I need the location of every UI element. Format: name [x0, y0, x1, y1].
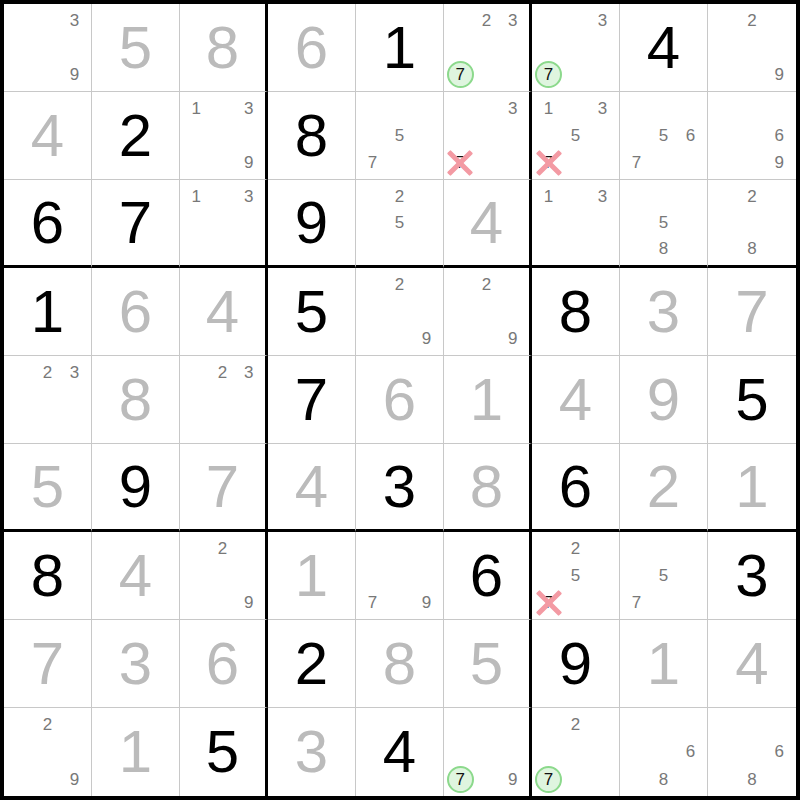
cell-r1c4[interactable]: 6 — [268, 4, 356, 92]
cell-r8c1[interactable]: 7 — [4, 620, 92, 708]
cell-r4c4[interactable]: 5 — [268, 268, 356, 356]
cell-r6c1[interactable]: 5 — [4, 444, 92, 532]
candidate-1[interactable]: 1 — [183, 95, 209, 122]
cell-r6c4[interactable]: 4 — [268, 444, 356, 532]
cell-r5c9[interactable]: 5 — [708, 356, 796, 444]
given-digit: 2 — [119, 106, 152, 166]
cell-r1c9[interactable]: 29 — [708, 4, 796, 92]
pencil-marks: 29 — [7, 711, 88, 793]
candidate-slot-empty — [359, 271, 386, 298]
cell-r9c5[interactable]: 4 — [356, 708, 444, 796]
given-digit: 4 — [647, 18, 680, 78]
candidate-slot-empty — [183, 386, 209, 413]
cell-r6c8[interactable]: 2 — [620, 444, 708, 532]
cell-r6c5[interactable]: 3 — [356, 444, 444, 532]
candidate-slot-empty — [589, 236, 616, 262]
candidate-slot-empty — [236, 413, 262, 440]
candidate-1[interactable]: 1 — [183, 183, 209, 209]
solved-digit: 6 — [119, 282, 152, 342]
candidate-digit: 9 — [244, 594, 253, 611]
cell-r1c7[interactable]: 37 — [532, 4, 620, 92]
cell-r9c3[interactable]: 5 — [180, 708, 268, 796]
solved-digit: 1 — [735, 457, 768, 517]
solved-digit: 4 — [470, 193, 503, 253]
solved-digit: 7 — [31, 634, 64, 694]
candidate-slot-empty — [359, 183, 386, 209]
cell-r4c7[interactable]: 8 — [532, 268, 620, 356]
cell-r2c5[interactable]: 57 — [356, 92, 444, 180]
candidate-slot-empty — [738, 61, 765, 88]
solved-digit: 5 — [119, 18, 152, 78]
candidate-digit: 2 — [218, 364, 227, 381]
candidate-slot-empty — [34, 61, 61, 88]
candidate-2[interactable]: 2 — [34, 359, 61, 386]
given-digit: 5 — [206, 722, 239, 782]
solved-digit: 8 — [119, 370, 152, 430]
solved-digit: 9 — [647, 370, 680, 430]
candidate-slot-empty — [766, 7, 793, 34]
candidate-slot-empty — [473, 711, 499, 738]
cell-r9c7[interactable]: 27 — [532, 708, 620, 796]
candidate-5[interactable]: 5 — [650, 209, 677, 235]
candidate-slot-empty — [386, 149, 413, 176]
candidate-3[interactable]: 3 — [589, 183, 616, 209]
candidate-6[interactable]: 6 — [677, 738, 704, 765]
given-digit: 7 — [119, 193, 152, 253]
cell-r8c9[interactable]: 4 — [708, 620, 796, 708]
cell-r7c1[interactable]: 8 — [4, 532, 92, 620]
candidate-digit: 5 — [395, 214, 404, 231]
pencil-marks: 139 — [183, 95, 262, 176]
candidate-slot-empty — [413, 298, 440, 325]
cell-r7c8[interactable]: 57 — [620, 532, 708, 620]
candidate-9[interactable]: 9 — [61, 766, 88, 793]
cell-r5c7[interactable]: 4 — [532, 356, 620, 444]
candidate-slot-empty — [209, 562, 235, 589]
solved-digit: 5 — [470, 634, 503, 694]
candidate-slot-empty — [650, 535, 677, 562]
candidate-7-circled[interactable]: 7 — [535, 766, 562, 793]
candidate-digit: 9 — [775, 154, 784, 171]
cell-r2c7[interactable]: 1357 — [532, 92, 620, 180]
candidate-7[interactable]: 7 — [623, 149, 650, 176]
cell-r5c5[interactable]: 6 — [356, 356, 444, 444]
candidate-slot-empty — [711, 183, 738, 209]
candidate-slot-empty — [183, 535, 209, 562]
candidate-8[interactable]: 8 — [650, 766, 677, 793]
candidate-slot-empty — [738, 122, 765, 149]
given-digit: 5 — [295, 282, 328, 342]
candidate-slot-empty — [562, 766, 589, 793]
candidate-slot-empty — [677, 183, 704, 209]
cell-r8c7[interactable]: 9 — [532, 620, 620, 708]
candidate-slot-empty — [650, 95, 677, 122]
candidate-9[interactable]: 9 — [236, 589, 262, 616]
candidate-1[interactable]: 1 — [535, 95, 562, 122]
candidate-slot-empty — [183, 236, 209, 262]
candidate-slot-empty — [7, 359, 34, 386]
candidate-8[interactable]: 8 — [738, 236, 765, 262]
candidate-slot-empty — [535, 236, 562, 262]
cell-r3c1[interactable]: 6 — [4, 180, 92, 268]
solved-digit: 6 — [295, 18, 328, 78]
candidate-7-eliminated[interactable]: 7 — [535, 149, 562, 176]
given-digit: 3 — [735, 546, 768, 606]
candidate-9[interactable]: 9 — [500, 325, 526, 352]
candidate-6[interactable]: 6 — [766, 738, 793, 765]
candidate-slot-empty — [500, 122, 526, 149]
candidate-digit: 1 — [191, 188, 200, 205]
cell-r7c6[interactable]: 6 — [444, 532, 532, 620]
pencil-marks: 1357 — [535, 95, 616, 176]
candidate-5[interactable]: 5 — [386, 122, 413, 149]
candidate-6[interactable]: 6 — [766, 122, 793, 149]
candidate-slot-empty — [711, 95, 738, 122]
cell-r1c1[interactable]: 39 — [4, 4, 92, 92]
cell-r7c9[interactable]: 3 — [708, 532, 796, 620]
candidate-slot-empty — [535, 711, 562, 738]
candidate-2[interactable]: 2 — [738, 7, 765, 34]
candidate-slot-empty — [562, 183, 589, 209]
candidate-digit: 1 — [544, 100, 553, 117]
candidate-slot-empty — [447, 711, 473, 738]
cell-r1c6[interactable]: 237 — [444, 4, 532, 92]
cell-r3c2[interactable]: 7 — [92, 180, 180, 268]
cell-r4c9[interactable]: 7 — [708, 268, 796, 356]
candidate-slot-empty — [711, 149, 738, 176]
cell-r9c1[interactable]: 29 — [4, 708, 92, 796]
cell-r6c2[interactable]: 9 — [92, 444, 180, 532]
candidate-slot-empty — [236, 535, 262, 562]
candidate-slot-empty — [447, 325, 473, 352]
candidate-slot-empty — [236, 122, 262, 149]
candidate-digit: 8 — [659, 771, 668, 788]
cell-r3c9[interactable]: 28 — [708, 180, 796, 268]
candidate-2[interactable]: 2 — [562, 535, 589, 562]
candidate-slot-empty — [650, 711, 677, 738]
cell-r3c5[interactable]: 25 — [356, 180, 444, 268]
pencil-marks: 69 — [711, 95, 793, 176]
given-digit: 1 — [31, 282, 64, 342]
candidate-digit: 2 — [218, 540, 227, 557]
candidate-5[interactable]: 5 — [650, 562, 677, 589]
candidate-slot-empty — [677, 535, 704, 562]
candidate-3[interactable]: 3 — [500, 7, 526, 34]
candidate-3[interactable]: 3 — [236, 183, 262, 209]
candidate-slot-empty — [7, 738, 34, 765]
candidate-digit: 1 — [191, 100, 200, 117]
cell-r8c5[interactable]: 8 — [356, 620, 444, 708]
cell-r6c6[interactable]: 8 — [444, 444, 532, 532]
given-digit: 9 — [119, 457, 152, 517]
candidate-slot-empty — [183, 413, 209, 440]
cell-r7c3[interactable]: 29 — [180, 532, 268, 620]
cell-r2c3[interactable]: 139 — [180, 92, 268, 180]
pencil-marks: 23 — [7, 359, 88, 440]
candidate-5[interactable]: 5 — [386, 209, 413, 235]
candidate-slot-empty — [209, 386, 235, 413]
cell-r5c6[interactable]: 1 — [444, 356, 532, 444]
candidate-digit: 2 — [43, 716, 52, 733]
pencil-marks: 29 — [711, 7, 793, 88]
candidate-slot-empty — [623, 236, 650, 262]
candidate-slot-empty — [473, 766, 499, 793]
candidate-2[interactable]: 2 — [738, 183, 765, 209]
candidate-2[interactable]: 2 — [386, 183, 413, 209]
candidate-slot-empty — [34, 738, 61, 765]
candidate-slot-empty — [473, 298, 499, 325]
candidate-slot-empty — [359, 122, 386, 149]
cell-r1c3[interactable]: 8 — [180, 4, 268, 92]
pencil-marks: 29 — [183, 535, 262, 616]
solved-digit: 6 — [383, 370, 416, 430]
candidate-digit: 9 — [422, 594, 431, 611]
candidate-slot-empty — [677, 149, 704, 176]
candidate-slot-empty — [650, 589, 677, 616]
candidate-slot-empty — [183, 149, 209, 176]
candidate-7[interactable]: 7 — [623, 589, 650, 616]
pencil-marks: 79 — [447, 711, 526, 793]
pencil-marks: 39 — [7, 7, 88, 88]
cell-r4c2[interactable]: 6 — [92, 268, 180, 356]
candidate-slot-empty — [623, 535, 650, 562]
pencil-marks: 79 — [359, 535, 440, 616]
cell-r1c5[interactable]: 1 — [356, 4, 444, 92]
candidate-7-circled[interactable]: 7 — [447, 61, 473, 88]
candidate-2[interactable]: 2 — [386, 271, 413, 298]
candidate-slot-empty — [209, 183, 235, 209]
candidate-digit: 9 — [244, 154, 253, 171]
pencil-marks: 68 — [711, 711, 793, 793]
pencil-marks: 13 — [535, 183, 616, 262]
sudoku-board: 3958612373742942139857371357567696713925… — [0, 0, 800, 800]
solved-digit: 1 — [647, 634, 680, 694]
cell-r9c2[interactable]: 1 — [92, 708, 180, 796]
candidate-5[interactable]: 5 — [650, 122, 677, 149]
candidate-slot-empty — [61, 738, 88, 765]
candidate-slot-empty — [359, 298, 386, 325]
candidate-digit: 2 — [571, 716, 580, 733]
candidate-slot-empty — [413, 95, 440, 122]
candidate-5[interactable]: 5 — [562, 122, 589, 149]
candidate-6[interactable]: 6 — [677, 122, 704, 149]
candidate-slot-empty — [562, 95, 589, 122]
candidate-slot-empty — [711, 209, 738, 235]
candidate-7-eliminated[interactable]: 7 — [447, 149, 473, 176]
candidate-slot-empty — [738, 209, 765, 235]
candidate-slot-empty — [589, 535, 616, 562]
cell-r8c2[interactable]: 3 — [92, 620, 180, 708]
cell-r7c7[interactable]: 257 — [532, 532, 620, 620]
cell-r3c4[interactable]: 9 — [268, 180, 356, 268]
candidate-9[interactable]: 9 — [500, 766, 526, 793]
candidate-2[interactable]: 2 — [562, 711, 589, 738]
candidate-digit: 3 — [598, 188, 607, 205]
cell-r5c4[interactable]: 7 — [268, 356, 356, 444]
cell-r7c2[interactable]: 4 — [92, 532, 180, 620]
candidate-slot-empty — [677, 562, 704, 589]
cell-r3c3[interactable]: 13 — [180, 180, 268, 268]
candidate-slot-empty — [473, 325, 499, 352]
cell-r1c2[interactable]: 5 — [92, 4, 180, 92]
cell-r2c4[interactable]: 8 — [268, 92, 356, 180]
solved-digit: 8 — [383, 634, 416, 694]
solved-digit: 5 — [31, 457, 64, 517]
cell-r8c4[interactable]: 2 — [268, 620, 356, 708]
candidate-digit: 2 — [482, 276, 491, 293]
solved-digit: 3 — [295, 722, 328, 782]
candidate-2[interactable]: 2 — [209, 359, 235, 386]
cell-r7c4[interactable]: 1 — [268, 532, 356, 620]
candidate-digit: 2 — [747, 12, 756, 29]
candidate-slot-empty — [473, 738, 499, 765]
cell-r8c6[interactable]: 5 — [444, 620, 532, 708]
cell-r2c8[interactable]: 567 — [620, 92, 708, 180]
candidate-digit: 9 — [508, 771, 517, 788]
pencil-marks: 23 — [183, 359, 262, 440]
candidate-slot-empty — [34, 386, 61, 413]
cell-r4c5[interactable]: 29 — [356, 268, 444, 356]
candidate-7-circled[interactable]: 7 — [447, 766, 473, 793]
candidate-slot-empty — [711, 766, 738, 793]
candidate-slot-empty — [386, 95, 413, 122]
candidate-slot-empty — [447, 34, 473, 61]
candidate-digit: 7 — [632, 594, 641, 611]
candidate-slot-empty — [359, 209, 386, 235]
cell-r7c5[interactable]: 79 — [356, 532, 444, 620]
cell-r4c6[interactable]: 29 — [444, 268, 532, 356]
candidate-slot-empty — [623, 738, 650, 765]
candidate-slot-empty — [711, 711, 738, 738]
candidate-slot-empty — [589, 562, 616, 589]
candidate-digit: 7 — [544, 771, 553, 788]
candidate-digit: 5 — [659, 127, 668, 144]
cell-r4c3[interactable]: 4 — [180, 268, 268, 356]
cell-r2c6[interactable]: 37 — [444, 92, 532, 180]
solved-digit: 3 — [647, 282, 680, 342]
candidate-3[interactable]: 3 — [589, 7, 616, 34]
candidate-digit: 7 — [455, 154, 464, 171]
cell-r9c9[interactable]: 68 — [708, 708, 796, 796]
cell-r9c6[interactable]: 79 — [444, 708, 532, 796]
cell-r2c2[interactable]: 2 — [92, 92, 180, 180]
candidate-3[interactable]: 3 — [236, 95, 262, 122]
cell-r9c8[interactable]: 68 — [620, 708, 708, 796]
cell-r5c1[interactable]: 23 — [4, 356, 92, 444]
cell-r6c9[interactable]: 1 — [708, 444, 796, 532]
cell-r6c7[interactable]: 6 — [532, 444, 620, 532]
candidate-slot-empty — [34, 413, 61, 440]
candidate-slot-empty — [359, 95, 386, 122]
candidate-slot-empty — [535, 209, 562, 235]
candidate-7[interactable]: 7 — [359, 589, 386, 616]
cell-r3c8[interactable]: 58 — [620, 180, 708, 268]
cell-r3c7[interactable]: 13 — [532, 180, 620, 268]
candidate-9[interactable]: 9 — [413, 589, 440, 616]
candidate-slot-empty — [209, 413, 235, 440]
candidate-1[interactable]: 1 — [535, 183, 562, 209]
candidate-slot-empty — [473, 61, 499, 88]
cell-r8c8[interactable]: 1 — [620, 620, 708, 708]
candidate-slot-empty — [7, 61, 34, 88]
candidate-slot-empty — [7, 7, 34, 34]
candidate-slot-empty — [677, 95, 704, 122]
candidate-3[interactable]: 3 — [61, 7, 88, 34]
solved-digit: 8 — [206, 18, 239, 78]
candidate-9[interactable]: 9 — [766, 149, 793, 176]
cell-r1c8[interactable]: 4 — [620, 4, 708, 92]
candidate-slot-empty — [500, 61, 526, 88]
candidate-9[interactable]: 9 — [766, 61, 793, 88]
candidate-slot-empty — [183, 589, 209, 616]
candidate-slot-empty — [562, 738, 589, 765]
candidate-8[interactable]: 8 — [650, 236, 677, 262]
candidate-7[interactable]: 7 — [359, 149, 386, 176]
cell-r2c1[interactable]: 4 — [4, 92, 92, 180]
candidate-2[interactable]: 2 — [209, 535, 235, 562]
cell-r6c3[interactable]: 7 — [180, 444, 268, 532]
cell-r3c6[interactable]: 4 — [444, 180, 532, 268]
candidate-7-circled[interactable]: 7 — [535, 61, 562, 88]
cell-r4c1[interactable]: 1 — [4, 268, 92, 356]
candidate-slot-empty — [359, 325, 386, 352]
candidate-slot-empty — [61, 413, 88, 440]
cell-r4c8[interactable]: 3 — [620, 268, 708, 356]
candidate-9[interactable]: 9 — [61, 61, 88, 88]
candidate-digit: 3 — [70, 12, 79, 29]
candidate-slot-empty — [623, 95, 650, 122]
candidate-3[interactable]: 3 — [61, 359, 88, 386]
candidate-digit: 3 — [70, 364, 79, 381]
candidate-2[interactable]: 2 — [473, 7, 499, 34]
candidate-8[interactable]: 8 — [738, 766, 765, 793]
candidate-slot-empty — [500, 298, 526, 325]
cell-r5c8[interactable]: 9 — [620, 356, 708, 444]
candidate-3[interactable]: 3 — [500, 95, 526, 122]
pencil-marks: 37 — [535, 7, 616, 88]
candidate-digit: 6 — [686, 127, 695, 144]
candidate-2[interactable]: 2 — [34, 711, 61, 738]
candidate-9[interactable]: 9 — [236, 149, 262, 176]
candidate-slot-empty — [386, 236, 413, 262]
candidate-slot-empty — [562, 34, 589, 61]
cell-r8c3[interactable]: 6 — [180, 620, 268, 708]
candidate-3[interactable]: 3 — [236, 359, 262, 386]
candidate-slot-empty — [535, 122, 562, 149]
candidate-slot-empty — [738, 711, 765, 738]
candidate-slot-empty — [183, 122, 209, 149]
candidate-2[interactable]: 2 — [473, 271, 499, 298]
cell-r2c9[interactable]: 69 — [708, 92, 796, 180]
candidate-slot-empty — [473, 149, 499, 176]
candidate-slot-empty — [589, 209, 616, 235]
candidate-5[interactable]: 5 — [562, 562, 589, 589]
candidate-digit: 9 — [508, 330, 517, 347]
candidate-slot-empty — [677, 589, 704, 616]
candidate-9[interactable]: 9 — [413, 325, 440, 352]
candidate-3[interactable]: 3 — [589, 95, 616, 122]
solved-digit: 4 — [119, 546, 152, 606]
candidate-slot-empty — [61, 386, 88, 413]
cell-r5c2[interactable]: 8 — [92, 356, 180, 444]
candidate-slot-empty — [623, 562, 650, 589]
candidate-slot-empty — [7, 711, 34, 738]
cell-r9c4[interactable]: 3 — [268, 708, 356, 796]
candidate-slot-empty — [650, 183, 677, 209]
candidate-7-eliminated[interactable]: 7 — [535, 589, 562, 616]
candidate-slot-empty — [623, 122, 650, 149]
cell-r5c3[interactable]: 23 — [180, 356, 268, 444]
